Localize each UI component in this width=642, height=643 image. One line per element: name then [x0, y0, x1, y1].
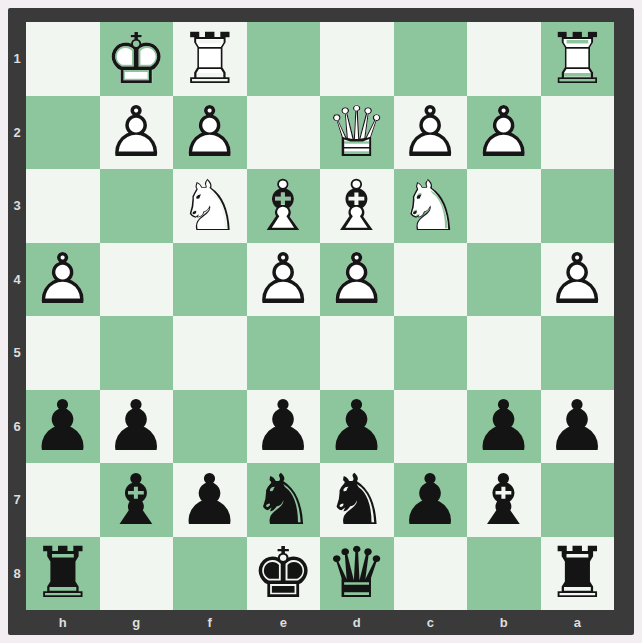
black-king-glyph: ♚: [252, 538, 315, 608]
rank-label-8: 8: [8, 537, 26, 611]
file-label-g: g: [100, 610, 174, 635]
white-pawn-outline: ♙: [399, 97, 462, 167]
black-pawn-piece[interactable]: ♟: [31, 391, 94, 461]
black-pawn-piece[interactable]: ♟: [325, 391, 388, 461]
black-bishop-piece[interactable]: ♝: [472, 465, 535, 535]
white-knight-piece[interactable]: ♞♘: [178, 171, 241, 241]
black-knight-piece[interactable]: ♞: [325, 465, 388, 535]
square-b1[interactable]: [467, 22, 541, 96]
square-c8[interactable]: [394, 537, 468, 611]
white-king-outline: ♔: [105, 24, 168, 94]
square-a7[interactable]: [541, 463, 615, 537]
white-pawn-outline: ♙: [325, 244, 388, 314]
square-g1[interactable]: ♚♔: [100, 22, 174, 96]
black-pawn-glyph: ♟: [399, 465, 462, 535]
black-queen-piece[interactable]: ♛: [325, 538, 388, 608]
black-pawn-glyph: ♟: [252, 391, 315, 461]
black-pawn-glyph: ♟: [31, 391, 94, 461]
square-h3[interactable]: [26, 169, 100, 243]
rank-label-5: 5: [8, 316, 26, 390]
chess-diagram-page: ♚♔♜♖♜♖♟♙♟♙♛♕♟♙♟♙♞♘♝♗♝♗♞♘♟♙♟♙♟♙♟♙♟♟♟♟♟♟♝♟…: [0, 0, 642, 643]
square-e5[interactable]: [247, 316, 321, 390]
white-rook-piece[interactable]: ♜♖: [178, 24, 241, 94]
square-d2[interactable]: ♛♕: [320, 96, 394, 170]
white-pawn-piece[interactable]: ♟♙: [178, 97, 241, 167]
chess-board: ♚♔♜♖♜♖♟♙♟♙♛♕♟♙♟♙♞♘♝♗♝♗♞♘♟♙♟♙♟♙♟♙♟♟♟♟♟♟♝♟…: [26, 22, 614, 610]
board-frame: ♚♔♜♖♜♖♟♙♟♙♛♕♟♙♟♙♞♘♝♗♝♗♞♘♟♙♟♙♟♙♟♙♟♟♟♟♟♟♝♟…: [8, 8, 634, 635]
white-pawn-piece[interactable]: ♟♙: [31, 244, 94, 314]
white-pawn-piece[interactable]: ♟♙: [546, 244, 609, 314]
black-pawn-piece[interactable]: ♟: [472, 391, 535, 461]
white-knight-outline: ♘: [178, 171, 241, 241]
white-pawn-outline: ♙: [178, 97, 241, 167]
square-h6[interactable]: ♟: [26, 390, 100, 464]
black-knight-glyph: ♞: [252, 465, 315, 535]
square-h1[interactable]: [26, 22, 100, 96]
square-c3[interactable]: ♞♘: [394, 169, 468, 243]
square-d5[interactable]: [320, 316, 394, 390]
black-rook-glyph: ♜: [546, 538, 609, 608]
white-pawn-piece[interactable]: ♟♙: [252, 244, 315, 314]
square-g8[interactable]: [100, 537, 174, 611]
white-knight-piece[interactable]: ♞♘: [399, 171, 462, 241]
rank-label-1: 1: [8, 22, 26, 96]
white-queen-piece[interactable]: ♛♕: [325, 97, 388, 167]
square-f2[interactable]: ♟♙: [173, 96, 247, 170]
square-d4[interactable]: ♟♙: [320, 243, 394, 317]
square-e3[interactable]: ♝♗: [247, 169, 321, 243]
square-e6[interactable]: ♟: [247, 390, 321, 464]
square-b7[interactable]: ♝: [467, 463, 541, 537]
white-pawn-piece[interactable]: ♟♙: [399, 97, 462, 167]
rank-label-3: 3: [8, 169, 26, 243]
white-pawn-outline: ♙: [105, 97, 168, 167]
square-c6[interactable]: [394, 390, 468, 464]
white-queen-outline: ♕: [325, 97, 388, 167]
rank-label-7: 7: [8, 463, 26, 537]
square-f8[interactable]: [173, 537, 247, 611]
black-bishop-glyph: ♝: [472, 465, 535, 535]
white-pawn-piece[interactable]: ♟♙: [472, 97, 535, 167]
white-bishop-piece[interactable]: ♝♗: [325, 171, 388, 241]
file-label-f: f: [173, 610, 247, 635]
black-pawn-glyph: ♟: [546, 391, 609, 461]
black-pawn-glyph: ♟: [105, 391, 168, 461]
black-pawn-piece[interactable]: ♟: [546, 391, 609, 461]
white-king-piece[interactable]: ♚♔: [105, 24, 168, 94]
black-rook-piece[interactable]: ♜: [31, 538, 94, 608]
square-b8[interactable]: [467, 537, 541, 611]
white-pawn-outline: ♙: [252, 244, 315, 314]
square-g2[interactable]: ♟♙: [100, 96, 174, 170]
white-rook-piece[interactable]: ♜♖: [546, 24, 609, 94]
square-g3[interactable]: [100, 169, 174, 243]
file-label-c: c: [394, 610, 468, 635]
white-knight-outline: ♘: [399, 171, 462, 241]
file-label-d: d: [320, 610, 394, 635]
square-b2[interactable]: ♟♙: [467, 96, 541, 170]
black-rook-glyph: ♜: [31, 538, 94, 608]
white-pawn-piece[interactable]: ♟♙: [325, 244, 388, 314]
square-c4[interactable]: [394, 243, 468, 317]
black-pawn-piece[interactable]: ♟: [399, 465, 462, 535]
square-b5[interactable]: [467, 316, 541, 390]
square-e2[interactable]: [247, 96, 321, 170]
square-h8[interactable]: ♜: [26, 537, 100, 611]
square-e8[interactable]: ♚: [247, 537, 321, 611]
square-c7[interactable]: ♟: [394, 463, 468, 537]
white-rook-outline: ♖: [178, 24, 241, 94]
file-label-h: h: [26, 610, 100, 635]
black-pawn-glyph: ♟: [178, 465, 241, 535]
white-bishop-outline: ♗: [252, 171, 315, 241]
square-d8[interactable]: ♛: [320, 537, 394, 611]
square-h5[interactable]: [26, 316, 100, 390]
rank-label-6: 6: [8, 390, 26, 464]
square-c2[interactable]: ♟♙: [394, 96, 468, 170]
square-f4[interactable]: [173, 243, 247, 317]
square-a5[interactable]: [541, 316, 615, 390]
black-bishop-piece[interactable]: ♝: [105, 465, 168, 535]
square-h2[interactable]: [26, 96, 100, 170]
black-rook-piece[interactable]: ♜: [546, 538, 609, 608]
white-rook-outline: ♖: [546, 24, 609, 94]
square-f3[interactable]: ♞♘: [173, 169, 247, 243]
black-knight-piece[interactable]: ♞: [252, 465, 315, 535]
square-h4[interactable]: ♟♙: [26, 243, 100, 317]
black-pawn-piece[interactable]: ♟: [252, 391, 315, 461]
black-pawn-piece[interactable]: ♟: [105, 391, 168, 461]
rank-label-2: 2: [8, 96, 26, 170]
black-king-piece[interactable]: ♚: [252, 538, 315, 608]
square-g4[interactable]: [100, 243, 174, 317]
square-d1[interactable]: [320, 22, 394, 96]
square-a8[interactable]: ♜: [541, 537, 615, 611]
white-pawn-piece[interactable]: ♟♙: [105, 97, 168, 167]
square-c1[interactable]: [394, 22, 468, 96]
square-d7[interactable]: ♞: [320, 463, 394, 537]
square-f7[interactable]: ♟: [173, 463, 247, 537]
white-pawn-outline: ♙: [31, 244, 94, 314]
square-b3[interactable]: [467, 169, 541, 243]
white-bishop-piece[interactable]: ♝♗: [252, 171, 315, 241]
white-pawn-outline: ♙: [472, 97, 535, 167]
white-bishop-outline: ♗: [325, 171, 388, 241]
white-pawn-outline: ♙: [546, 244, 609, 314]
square-b4[interactable]: [467, 243, 541, 317]
square-a6[interactable]: ♟: [541, 390, 615, 464]
file-label-b: b: [467, 610, 541, 635]
square-h7[interactable]: [26, 463, 100, 537]
square-g5[interactable]: [100, 316, 174, 390]
black-queen-glyph: ♛: [325, 538, 388, 608]
square-f1[interactable]: ♜♖: [173, 22, 247, 96]
square-a2[interactable]: [541, 96, 615, 170]
black-bishop-glyph: ♝: [105, 465, 168, 535]
square-d3[interactable]: ♝♗: [320, 169, 394, 243]
black-pawn-glyph: ♟: [325, 391, 388, 461]
square-f5[interactable]: [173, 316, 247, 390]
black-pawn-piece[interactable]: ♟: [178, 465, 241, 535]
square-a4[interactable]: ♟♙: [541, 243, 615, 317]
square-e4[interactable]: ♟♙: [247, 243, 321, 317]
square-a3[interactable]: [541, 169, 615, 243]
square-e1[interactable]: [247, 22, 321, 96]
file-label-a: a: [541, 610, 615, 635]
square-g6[interactable]: ♟: [100, 390, 174, 464]
square-g7[interactable]: ♝: [100, 463, 174, 537]
rank-label-4: 4: [8, 243, 26, 317]
square-c5[interactable]: [394, 316, 468, 390]
square-e7[interactable]: ♞: [247, 463, 321, 537]
black-knight-glyph: ♞: [325, 465, 388, 535]
file-label-e: e: [247, 610, 321, 635]
black-pawn-glyph: ♟: [472, 391, 535, 461]
square-d6[interactable]: ♟: [320, 390, 394, 464]
square-f6[interactable]: [173, 390, 247, 464]
square-a1[interactable]: ♜♖: [541, 22, 615, 96]
square-b6[interactable]: ♟: [467, 390, 541, 464]
